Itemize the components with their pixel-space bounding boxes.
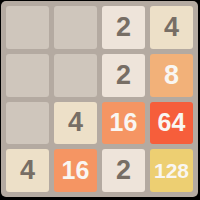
tile-64: 64 [150, 102, 193, 145]
game-frame: 2428416644162128 [0, 0, 200, 200]
tile-8: 8 [150, 54, 193, 97]
empty-cell [6, 54, 49, 97]
tile-2: 2 [102, 54, 145, 97]
tile-16: 16 [54, 149, 97, 192]
tile-16: 16 [102, 102, 145, 145]
empty-cell [54, 6, 97, 49]
tile-4: 4 [150, 6, 193, 49]
tile-2: 2 [102, 149, 145, 192]
empty-cell [54, 54, 97, 97]
tile-4: 4 [6, 149, 49, 192]
tile-128: 128 [150, 149, 193, 192]
empty-cell [6, 102, 49, 145]
tile-4: 4 [54, 102, 97, 145]
board[interactable]: 2428416644162128 [1, 1, 198, 197]
empty-cell [6, 6, 49, 49]
tile-2: 2 [102, 6, 145, 49]
